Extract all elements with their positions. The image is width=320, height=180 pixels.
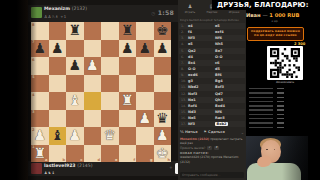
white-pawn[interactable]: ♟ [136, 110, 154, 128]
streamer-webcam [246, 136, 308, 180]
move-number: 3. [179, 36, 188, 40]
black-pawn[interactable]: ♟ [136, 40, 154, 58]
black-move[interactable]: Bxf3 [215, 85, 242, 89]
square-d2[interactable] [84, 127, 102, 145]
opening-name: King's Gambit Accepted: Schallopp Defens… [180, 18, 244, 22]
square-d6[interactable]: ♟ [84, 57, 102, 75]
black-move[interactable]: Nh5 [215, 42, 242, 46]
chess-board[interactable]: 8♜♜♚7♟♟♟♟♟6♟♟54♝♜3♟♛2♟♝♟♛♟1a♜bcdefgh♚ [31, 22, 171, 162]
resign-button[interactable]: ⚑ Сдаться [204, 130, 225, 134]
move-number: 17. [179, 122, 188, 126]
square-f8[interactable]: ♜ [119, 22, 137, 40]
rank-label: 5 [32, 75, 35, 79]
square-f3[interactable] [119, 110, 137, 128]
white-move[interactable]: Ne5 [188, 116, 215, 120]
square-e1[interactable]: e [101, 145, 119, 163]
white-move[interactable]: e4 [188, 24, 215, 28]
avatar [31, 7, 42, 18]
white-move[interactable]: Bc4 [188, 61, 215, 65]
square-a6[interactable]: 6 [31, 57, 49, 75]
black-move[interactable]: Bg4 [215, 79, 242, 83]
black-move[interactable]: Bf6 [215, 73, 242, 77]
square-h1[interactable]: h♚ [154, 145, 172, 163]
black-bishop[interactable]: ♝ [49, 127, 67, 145]
square-d1[interactable]: d [84, 145, 102, 163]
square-a5[interactable]: 5 [31, 75, 49, 93]
white-move[interactable]: exd6 [188, 73, 215, 77]
white-move[interactable]: O-O [188, 67, 215, 71]
square-f2[interactable] [119, 127, 137, 145]
top-player-bar: Mexanizm (2132) ♙♙♘♗ +1 ◷ 1:58 [28, 5, 178, 22]
screen-bezel [0, 0, 30, 180]
square-a8[interactable]: 8 [31, 22, 49, 40]
square-g1[interactable]: g [136, 145, 154, 163]
move-number: 12. [179, 92, 188, 96]
move-number: 1. [179, 24, 188, 28]
square-b4[interactable] [49, 92, 67, 110]
square-e6[interactable] [101, 57, 119, 75]
move-number: 16. [179, 116, 188, 120]
square-g6[interactable] [136, 57, 154, 75]
square-c7[interactable] [66, 40, 84, 58]
square-f5[interactable] [119, 75, 137, 93]
square-f1[interactable]: f [119, 145, 137, 163]
white-pawn[interactable]: ♟ [84, 57, 102, 75]
black-pawn[interactable]: ♟ [31, 40, 49, 58]
square-a1[interactable]: 1a♜ [31, 145, 49, 163]
move-number: 10. [179, 79, 188, 83]
square-b1[interactable]: b [49, 145, 67, 163]
square-g2[interactable] [136, 127, 154, 145]
challenge-message: Mexanizm (2132) предлагает сыграть ещё р… [180, 137, 244, 145]
white-bishop[interactable]: ♝ [66, 92, 84, 110]
game-actions: ½ Ничья ⚑ Сдаться ⌄ [180, 129, 244, 136]
move-number: 5. [179, 49, 188, 53]
square-h2[interactable]: ♟ [154, 127, 172, 145]
black-move[interactable]: Qh3 [215, 98, 242, 102]
bottom-player-bar: lastlevel923 (2145) ♟♞♝ + ◷2:11 [28, 161, 178, 176]
player-name: lastlevel923 (2145) [44, 163, 92, 168]
square-g7[interactable]: ♟ [136, 40, 154, 58]
black-move[interactable]: Bxd4 [215, 104, 242, 108]
square-b3[interactable] [49, 110, 67, 128]
clock-icon: ◷ [151, 11, 155, 16]
square-g8[interactable] [136, 22, 154, 40]
square-e2[interactable]: ♛ [101, 127, 119, 145]
square-e3[interactable] [101, 110, 119, 128]
donation-subnote: и др. [246, 20, 304, 23]
black-move[interactable]: O-O [215, 55, 242, 59]
black-move[interactable]: exf4 [215, 30, 242, 34]
white-queen[interactable]: ♛ [101, 127, 119, 145]
file-label: d [97, 158, 100, 162]
player-name: Mexanizm (2132) [44, 6, 87, 11]
white-move[interactable]: Nf3 [188, 122, 215, 126]
square-b2[interactable]: ♝ [49, 127, 67, 145]
black-clock: ◷ 1:58 [151, 9, 174, 16]
black-move[interactable]: Bxb2 [215, 122, 228, 126]
decline-icon[interactable]: ✗ [214, 146, 219, 150]
white-move[interactable]: Ne1 [188, 98, 215, 102]
donor-amounts [277, 88, 284, 129]
black-move[interactable]: Be7 [215, 49, 242, 53]
black-king[interactable]: ♚ [154, 22, 172, 40]
square-e5[interactable] [101, 75, 119, 93]
black-move[interactable]: c6 [215, 61, 242, 65]
square-c5[interactable] [66, 75, 84, 93]
square-b7[interactable]: ♟ [49, 40, 67, 58]
draw-button[interactable]: ½ Ничья [180, 130, 198, 134]
donation-amount: 1 000 RUB [269, 12, 299, 18]
support-banner: ПОДДЕРЖАТЬ КАНАЛ МОЖНО ПО QR-КОДУ ИЛИ СС… [247, 27, 304, 41]
move-number: 8. [179, 67, 188, 71]
captured-pieces: ♙♙♘♗ +1 [44, 14, 67, 19]
white-move[interactable]: Nf3 [188, 36, 215, 40]
square-d3[interactable] [84, 110, 102, 128]
square-g4[interactable] [136, 92, 154, 110]
move-list[interactable]: 1.e4e52.f4exf43.Nf3Nf64.e5Nh55.Qe2Be76.d… [179, 23, 245, 128]
square-c6[interactable]: ♟ [66, 57, 84, 75]
thanks-heading: ДРУЗЬЯ, БЛАГОДАРЮ: [212, 0, 320, 10]
black-move[interactable]: Nf6 [215, 36, 242, 40]
white-move[interactable]: Nd3 [188, 110, 215, 114]
rank-label: 4 [32, 93, 35, 97]
square-h6[interactable] [154, 57, 172, 75]
square-e4[interactable] [101, 92, 119, 110]
file-label: e [115, 158, 117, 162]
avatar [31, 163, 42, 174]
square-b5[interactable] [49, 75, 67, 93]
black-move[interactable]: e5 [215, 24, 242, 28]
square-f4[interactable]: ♜ [119, 92, 137, 110]
black-pawn[interactable]: ♟ [66, 57, 84, 75]
move-number: 9. [179, 73, 188, 77]
square-d7[interactable] [84, 40, 102, 58]
move-number: 14. [179, 104, 188, 108]
square-f7[interactable]: ♟ [119, 40, 137, 58]
qr-caption: donationalerts [263, 81, 307, 84]
black-move[interactable]: Nf6 [215, 110, 242, 114]
square-g3[interactable]: ♟ [136, 110, 154, 128]
move-number: 4. [179, 42, 188, 46]
square-h5[interactable] [154, 75, 172, 93]
white-move[interactable]: Qe2 [188, 49, 215, 53]
donation-counter: 2 300 [294, 42, 305, 46]
square-f6[interactable] [119, 57, 137, 75]
square-c1[interactable]: c [66, 145, 84, 163]
black-rook[interactable]: ♜ [119, 22, 137, 40]
square-b8[interactable] [49, 22, 67, 40]
stream-screenshot: Mexanizm (2132) ♙♙♘♗ +1 ◷ 1:58 8♜♜♚7♟♟♟♟… [0, 0, 320, 180]
move-number: 15. [179, 110, 188, 114]
black-pawn[interactable]: ♟ [154, 40, 172, 58]
square-g5[interactable] [136, 75, 154, 93]
square-c2[interactable]: ♟ [66, 127, 84, 145]
pawn-icon: ♟ [188, 4, 192, 9]
square-c3[interactable] [66, 110, 84, 128]
black-pawn[interactable]: ♟ [49, 40, 67, 58]
square-h8[interactable]: ♚ [154, 22, 172, 40]
black-rook[interactable]: ♜ [66, 22, 84, 40]
file-label: g [150, 158, 153, 162]
donation-qr-code [267, 46, 303, 80]
chat-message-input[interactable] [180, 172, 244, 178]
file-label: b [62, 158, 65, 162]
square-d5[interactable] [84, 75, 102, 93]
webcam-shadow [282, 136, 308, 180]
white-move[interactable]: g3 [188, 79, 215, 83]
white-pawn[interactable]: ♟ [154, 127, 172, 145]
square-a2[interactable]: 2♟ [31, 127, 49, 145]
move-number: 6. [179, 55, 188, 59]
file-label: f [133, 158, 135, 162]
pairing-line: weekend420 (2170) против Mexanizm (2132) [180, 155, 244, 163]
white-pawn[interactable]: ♟ [66, 127, 84, 145]
add-time-icon[interactable]: + [169, 165, 173, 170]
white-rook[interactable]: ♜ [119, 92, 137, 110]
square-c4[interactable]: ♝ [66, 92, 84, 110]
black-pawn[interactable]: ♟ [119, 40, 137, 58]
square-d8[interactable] [84, 22, 102, 40]
donation-line: Иван — 1 000 RUB [246, 12, 299, 18]
accept-icon[interactable]: ✓ [207, 146, 212, 150]
donor-list [249, 88, 273, 129]
move-number: 13. [179, 98, 188, 102]
white-move[interactable]: f4 [188, 30, 215, 34]
square-a4[interactable]: 4 [31, 92, 49, 110]
move-number: 7. [179, 61, 188, 65]
square-a7[interactable]: 7♟ [31, 40, 49, 58]
white-king[interactable]: ♚ [154, 145, 172, 163]
rank-label: 3 [32, 110, 35, 114]
rank-label: 8 [32, 23, 35, 27]
black-move[interactable]: Qd7 [215, 92, 242, 96]
captured-pieces: ♟♞♝ [44, 170, 55, 175]
donor-name: Иван [246, 12, 261, 18]
square-h4[interactable] [154, 92, 172, 110]
square-a3[interactable]: 3 [31, 110, 49, 128]
challenge-prompt: Принять вызов? ✓ ✗ [180, 146, 244, 150]
white-rook[interactable]: ♜ [31, 145, 49, 163]
square-e8[interactable] [101, 22, 119, 40]
black-move[interactable]: d5 [215, 67, 242, 71]
square-c8[interactable]: ♜ [66, 22, 84, 40]
collapse-icon[interactable]: ⌄ [241, 130, 244, 135]
move-row: 17.Nf3Bxb2 [179, 121, 245, 127]
square-b6[interactable] [49, 57, 67, 75]
white-move[interactable]: e5 [188, 42, 215, 46]
move-number: 11. [179, 85, 188, 89]
white-move[interactable]: Rxf4 [188, 104, 215, 108]
square-d4[interactable] [84, 92, 102, 110]
chat-area: Mexanizm (2132) предлагает сыграть ещё р… [180, 137, 244, 171]
white-move[interactable]: Nbd2 [188, 85, 215, 89]
square-h3[interactable]: ♛ [154, 110, 172, 128]
white-move[interactable]: Nxf3 [188, 92, 215, 96]
rank-label: 6 [32, 58, 35, 62]
white-move[interactable]: d4 [188, 55, 215, 59]
black-queen[interactable]: ♛ [154, 110, 172, 128]
tab-play[interactable]: ♟ Играть [179, 2, 201, 16]
square-e7[interactable] [101, 40, 119, 58]
white-pawn[interactable]: ♟ [31, 127, 49, 145]
move-number: 2. [179, 30, 188, 34]
file-label: c [80, 158, 82, 162]
square-h7[interactable]: ♟ [154, 40, 172, 58]
black-move[interactable]: Rac8 [215, 116, 242, 120]
